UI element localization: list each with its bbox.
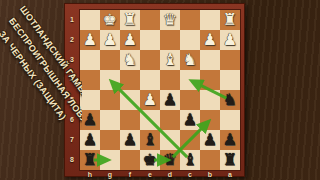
square-b7[interactable]: ♟ (200, 130, 220, 150)
file-label-c: c (180, 171, 200, 178)
square-d5[interactable]: ♟ (160, 90, 180, 110)
square-a7[interactable]: ♟ (220, 130, 240, 150)
square-e1[interactable] (140, 10, 160, 30)
square-b2[interactable]: ♟ (200, 30, 220, 50)
square-g3[interactable] (100, 50, 120, 70)
square-a3[interactable] (220, 50, 240, 70)
piece-bP-h6[interactable]: ♟ (83, 110, 97, 130)
file-label-h: h (80, 171, 100, 178)
piece-wQ-d1[interactable]: ♛ (163, 10, 177, 30)
square-d7[interactable] (160, 130, 180, 150)
square-h8[interactable]: ♜ (80, 150, 100, 170)
square-g5[interactable] (100, 90, 120, 110)
piece-wR-f1[interactable]: ♜ (123, 10, 137, 30)
square-d3[interactable]: ♝ (160, 50, 180, 70)
square-h2[interactable]: ♟ (80, 30, 100, 50)
file-label-e: e (140, 171, 160, 178)
piece-wP-f2[interactable]: ♟ (123, 30, 137, 50)
file-label-a: a (220, 171, 240, 178)
square-a2[interactable]: ♟ (220, 30, 240, 50)
square-d8[interactable]: ♛ (160, 150, 180, 170)
square-e5[interactable]: ♟ (140, 90, 160, 110)
piece-bR-h8[interactable]: ♜ (83, 150, 97, 170)
square-g4[interactable] (100, 70, 120, 90)
piece-wN-f3[interactable]: ♞ (123, 50, 137, 70)
square-a4[interactable] (220, 70, 240, 90)
square-a8[interactable]: ♜ (220, 150, 240, 170)
piece-wP-a2[interactable]: ♟ (223, 30, 237, 50)
piece-wP-b2[interactable]: ♟ (203, 30, 217, 50)
piece-bP-b7[interactable]: ♟ (203, 130, 217, 150)
square-g7[interactable] (100, 130, 120, 150)
square-h7[interactable]: ♟ (80, 130, 100, 150)
title-block: ШОТЛАНДСКИЙ ГАМБИТ БЕСПРОИГРЫШНАЯ ЛОВУШК… (0, 0, 82, 180)
square-e6[interactable] (140, 110, 160, 130)
square-g1[interactable]: ♚ (100, 10, 120, 30)
square-b1[interactable] (200, 10, 220, 30)
square-b6[interactable] (200, 110, 220, 130)
square-h5[interactable] (80, 90, 100, 110)
file-label-b: b (200, 171, 220, 178)
square-h6[interactable]: ♟ (80, 110, 100, 130)
square-e7[interactable]: ♝ (140, 130, 160, 150)
board-squares: ♚♜♛♜♟♟♟♟♟♞♝♞♟♟♞♟♟♟♟♝♟♟♜♚♛♝♜ (80, 10, 240, 170)
square-g6[interactable] (100, 110, 120, 130)
square-c2[interactable] (180, 30, 200, 50)
piece-bB-c8[interactable]: ♝ (183, 150, 197, 170)
piece-bP-c6[interactable]: ♟ (183, 110, 197, 130)
piece-bK-e8[interactable]: ♚ (143, 150, 157, 170)
square-a1[interactable]: ♜ (220, 10, 240, 30)
square-d2[interactable] (160, 30, 180, 50)
file-label-g: g (100, 171, 120, 178)
piece-wR-a1[interactable]: ♜ (223, 10, 237, 30)
square-g8[interactable] (100, 150, 120, 170)
square-f7[interactable]: ♟ (120, 130, 140, 150)
square-e4[interactable] (140, 70, 160, 90)
square-c8[interactable]: ♝ (180, 150, 200, 170)
square-h4[interactable] (80, 70, 100, 90)
square-a5[interactable]: ♞ (220, 90, 240, 110)
piece-bB-e7[interactable]: ♝ (143, 130, 157, 150)
square-b5[interactable] (200, 90, 220, 110)
piece-bP-f7[interactable]: ♟ (123, 130, 137, 150)
square-f8[interactable] (120, 150, 140, 170)
piece-wB-d3[interactable]: ♝ (163, 50, 177, 70)
title-line-1: ШОТЛАНДСКИЙ ГАМБИТ (18, 4, 82, 104)
square-c1[interactable] (180, 10, 200, 30)
piece-bP-d5[interactable]: ♟ (163, 90, 177, 110)
square-e3[interactable] (140, 50, 160, 70)
piece-wK-g1[interactable]: ♚ (103, 10, 117, 30)
square-d1[interactable]: ♛ (160, 10, 180, 30)
square-d4[interactable] (160, 70, 180, 90)
square-h3[interactable] (80, 50, 100, 70)
piece-bQ-d8[interactable]: ♛ (163, 150, 177, 170)
video-frame: ШОТЛАНДСКИЙ ГАМБИТ БЕСПРОИГРЫШНАЯ ЛОВУШК… (0, 0, 320, 180)
square-c3[interactable]: ♞ (180, 50, 200, 70)
piece-wP-h2[interactable]: ♟ (83, 30, 97, 50)
file-label-f: f (120, 171, 140, 178)
square-c7[interactable] (180, 130, 200, 150)
square-f5[interactable] (120, 90, 140, 110)
piece-wP-e5[interactable]: ♟ (143, 90, 157, 110)
square-b8[interactable] (200, 150, 220, 170)
square-c6[interactable]: ♟ (180, 110, 200, 130)
square-g2[interactable]: ♟ (100, 30, 120, 50)
square-f1[interactable]: ♜ (120, 10, 140, 30)
square-c4[interactable] (180, 70, 200, 90)
piece-bR-a8[interactable]: ♜ (223, 150, 237, 170)
square-e8[interactable]: ♚ (140, 150, 160, 170)
square-e2[interactable] (140, 30, 160, 50)
square-f3[interactable]: ♞ (120, 50, 140, 70)
square-c5[interactable] (180, 90, 200, 110)
square-b4[interactable] (200, 70, 220, 90)
square-f2[interactable]: ♟ (120, 30, 140, 50)
square-b3[interactable] (200, 50, 220, 70)
piece-wN-c3[interactable]: ♞ (183, 50, 197, 70)
piece-bN-a5[interactable]: ♞ (223, 90, 237, 110)
square-h1[interactable] (80, 10, 100, 30)
square-a6[interactable] (220, 110, 240, 130)
square-f4[interactable] (120, 70, 140, 90)
file-label-d: d (160, 171, 180, 178)
piece-bP-h7[interactable]: ♟ (83, 130, 97, 150)
chess-board: 12345678 hgfedcba ♚♜♛♜♟♟♟♟♟♞♝♞♟♟♞♟♟♟♟♝♟♟… (64, 3, 245, 177)
square-d6[interactable] (160, 110, 180, 130)
piece-wP-g2[interactable]: ♟ (103, 30, 117, 50)
piece-bP-a7[interactable]: ♟ (223, 130, 237, 150)
square-f6[interactable] (120, 110, 140, 130)
